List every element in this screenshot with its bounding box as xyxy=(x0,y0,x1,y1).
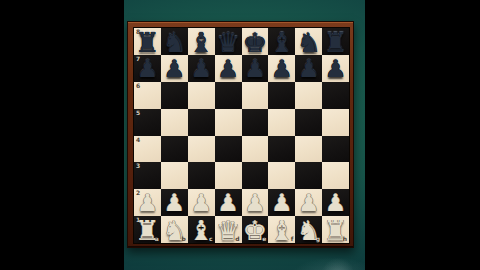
piece-white-pawn[interactable]: ♟ xyxy=(325,190,347,217)
piece-black-bishop[interactable]: ♝ xyxy=(270,29,294,56)
piece-white-pawn[interactable]: ♟ xyxy=(298,190,320,217)
piece-black-pawn[interactable]: ♟ xyxy=(164,56,186,83)
square-a3[interactable]: 3 xyxy=(134,162,161,189)
square-g5[interactable] xyxy=(295,109,322,136)
square-a7[interactable]: 7♟ xyxy=(134,55,161,82)
piece-black-knight[interactable]: ♞ xyxy=(162,29,186,56)
square-a8[interactable]: 8♜ xyxy=(134,28,161,55)
rank-label-4: 4 xyxy=(136,137,140,143)
square-d5[interactable] xyxy=(215,109,242,136)
rank-label-8: 8 xyxy=(136,29,140,35)
file-label-b: b xyxy=(181,236,185,242)
square-g1[interactable]: g♞ xyxy=(295,216,322,243)
square-a1[interactable]: 1a♜ xyxy=(134,216,161,243)
piece-white-pawn[interactable]: ♟ xyxy=(244,190,266,217)
square-e6[interactable] xyxy=(242,82,269,109)
square-f3[interactable] xyxy=(268,162,295,189)
square-c1[interactable]: c♝ xyxy=(188,216,215,243)
square-e3[interactable] xyxy=(242,162,269,189)
piece-white-pawn[interactable]: ♟ xyxy=(190,190,212,217)
square-c7[interactable]: ♟ xyxy=(188,55,215,82)
piece-white-pawn[interactable]: ♟ xyxy=(271,190,293,217)
square-f1[interactable]: f♝ xyxy=(268,216,295,243)
square-e7[interactable]: ♟ xyxy=(242,55,269,82)
piece-black-pawn[interactable]: ♟ xyxy=(298,56,320,83)
square-f2[interactable]: ♟ xyxy=(268,189,295,216)
square-a5[interactable]: 5 xyxy=(134,109,161,136)
square-c5[interactable] xyxy=(188,109,215,136)
background-glow-orb xyxy=(322,256,354,270)
square-e5[interactable] xyxy=(242,109,269,136)
square-b5[interactable] xyxy=(161,109,188,136)
piece-black-pawn[interactable]: ♟ xyxy=(325,56,347,83)
piece-white-pawn[interactable]: ♟ xyxy=(164,190,186,217)
square-f5[interactable] xyxy=(268,109,295,136)
file-label-c: c xyxy=(209,236,213,242)
square-h2[interactable]: ♟ xyxy=(322,189,349,216)
square-d4[interactable] xyxy=(215,136,242,163)
square-g7[interactable]: ♟ xyxy=(295,55,322,82)
square-h5[interactable] xyxy=(322,109,349,136)
piece-black-pawn[interactable]: ♟ xyxy=(217,56,239,83)
square-g8[interactable]: ♞ xyxy=(295,28,322,55)
rank-label-7: 7 xyxy=(136,56,140,62)
square-c4[interactable] xyxy=(188,136,215,163)
piece-black-bishop[interactable]: ♝ xyxy=(189,29,213,56)
file-label-h: h xyxy=(343,236,347,242)
rank-label-6: 6 xyxy=(136,83,140,89)
square-d8[interactable]: ♛ xyxy=(215,28,242,55)
square-a6[interactable]: 6 xyxy=(134,82,161,109)
square-d2[interactable]: ♟ xyxy=(215,189,242,216)
piece-white-pawn[interactable]: ♟ xyxy=(217,190,239,217)
square-b3[interactable] xyxy=(161,162,188,189)
square-g6[interactable] xyxy=(295,82,322,109)
square-e1[interactable]: e♚ xyxy=(242,216,269,243)
square-e2[interactable]: ♟ xyxy=(242,189,269,216)
app-screen: 8♜♞♝♛♚♝♞♜7♟♟♟♟♟♟♟♟65432♟♟♟♟♟♟♟♟1a♜b♞c♝d♛… xyxy=(0,0,480,270)
square-b8[interactable]: ♞ xyxy=(161,28,188,55)
piece-black-rook[interactable]: ♜ xyxy=(323,29,347,56)
square-a4[interactable]: 4 xyxy=(134,136,161,163)
rank-label-1: 1 xyxy=(136,217,140,223)
square-d6[interactable] xyxy=(215,82,242,109)
square-a2[interactable]: 2♟ xyxy=(134,189,161,216)
square-d1[interactable]: d♛ xyxy=(215,216,242,243)
square-g3[interactable] xyxy=(295,162,322,189)
piece-black-pawn[interactable]: ♟ xyxy=(271,56,293,83)
square-h6[interactable] xyxy=(322,82,349,109)
square-e4[interactable] xyxy=(242,136,269,163)
square-c6[interactable] xyxy=(188,82,215,109)
square-h7[interactable]: ♟ xyxy=(322,55,349,82)
file-label-g: g xyxy=(316,236,320,242)
square-b1[interactable]: b♞ xyxy=(161,216,188,243)
square-c3[interactable] xyxy=(188,162,215,189)
piece-black-queen[interactable]: ♛ xyxy=(216,29,240,56)
piece-black-pawn[interactable]: ♟ xyxy=(190,56,212,83)
square-d3[interactable] xyxy=(215,162,242,189)
square-f6[interactable] xyxy=(268,82,295,109)
square-b7[interactable]: ♟ xyxy=(161,55,188,82)
chessboard[interactable]: 8♜♞♝♛♚♝♞♜7♟♟♟♟♟♟♟♟65432♟♟♟♟♟♟♟♟1a♜b♞c♝d♛… xyxy=(133,27,350,244)
rank-label-3: 3 xyxy=(136,163,140,169)
piece-black-knight[interactable]: ♞ xyxy=(297,29,321,56)
square-c8[interactable]: ♝ xyxy=(188,28,215,55)
file-label-d: d xyxy=(235,236,239,242)
square-h4[interactable] xyxy=(322,136,349,163)
rank-label-5: 5 xyxy=(136,110,140,116)
piece-black-king[interactable]: ♚ xyxy=(243,29,267,56)
square-b2[interactable]: ♟ xyxy=(161,189,188,216)
square-c2[interactable]: ♟ xyxy=(188,189,215,216)
rank-label-2: 2 xyxy=(136,190,140,196)
piece-black-pawn[interactable]: ♟ xyxy=(244,56,266,83)
square-e8[interactable]: ♚ xyxy=(242,28,269,55)
square-b4[interactable] xyxy=(161,136,188,163)
square-d7[interactable]: ♟ xyxy=(215,55,242,82)
square-h3[interactable] xyxy=(322,162,349,189)
square-h1[interactable]: h♜ xyxy=(322,216,349,243)
square-f8[interactable]: ♝ xyxy=(268,28,295,55)
file-label-e: e xyxy=(262,236,266,242)
square-g2[interactable]: ♟ xyxy=(295,189,322,216)
square-f7[interactable]: ♟ xyxy=(268,55,295,82)
file-label-f: f xyxy=(291,236,294,242)
game-background: 8♜♞♝♛♚♝♞♜7♟♟♟♟♟♟♟♟65432♟♟♟♟♟♟♟♟1a♜b♞c♝d♛… xyxy=(124,0,365,270)
square-f4[interactable] xyxy=(268,136,295,163)
file-label-a: a xyxy=(155,236,159,242)
square-b6[interactable] xyxy=(161,82,188,109)
square-h8[interactable]: ♜ xyxy=(322,28,349,55)
chessboard-frame: 8♜♞♝♛♚♝♞♜7♟♟♟♟♟♟♟♟65432♟♟♟♟♟♟♟♟1a♜b♞c♝d♛… xyxy=(127,21,354,248)
square-g4[interactable] xyxy=(295,136,322,163)
